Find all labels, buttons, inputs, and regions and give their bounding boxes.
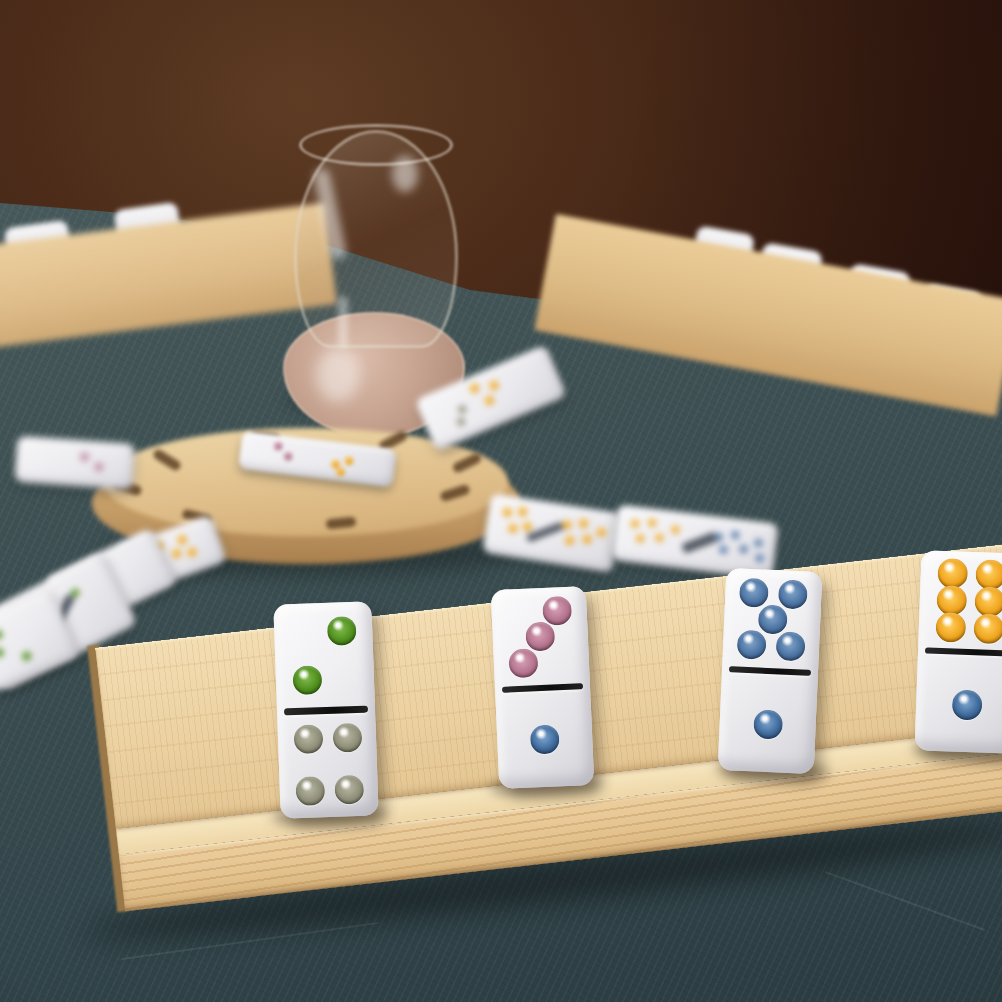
pip-value-2 bbox=[293, 665, 323, 695]
pip-value-4 bbox=[332, 723, 362, 753]
pip bbox=[731, 530, 740, 539]
pip bbox=[81, 452, 90, 461]
pip-value-4 bbox=[293, 725, 323, 755]
pip bbox=[636, 534, 645, 543]
pip-value-5 bbox=[757, 604, 787, 634]
pip-value-3 bbox=[542, 595, 572, 625]
pip bbox=[671, 526, 680, 535]
dominoes-table-scene bbox=[0, 0, 1002, 1002]
domino-tile-5-1[interactable] bbox=[718, 568, 823, 774]
pip-value-6 bbox=[936, 585, 967, 616]
domino-tile-2-4[interactable] bbox=[273, 601, 378, 818]
tile-divider-line bbox=[681, 532, 718, 554]
leather-texture bbox=[825, 871, 985, 931]
pip bbox=[508, 523, 518, 533]
domino-divider-bar bbox=[502, 683, 584, 693]
pip-value-4 bbox=[295, 776, 325, 806]
pip bbox=[176, 534, 188, 546]
pip-value-1 bbox=[753, 709, 783, 739]
pip-value-5 bbox=[776, 631, 806, 661]
domino-tile-3-1[interactable] bbox=[491, 586, 595, 789]
pip-value-3 bbox=[525, 622, 555, 652]
glass-glint bbox=[392, 156, 418, 192]
domino-divider-bar bbox=[284, 705, 368, 715]
sand-highlight bbox=[316, 348, 360, 402]
pip bbox=[94, 463, 103, 472]
pip bbox=[714, 532, 723, 541]
pip bbox=[523, 521, 533, 531]
pip bbox=[719, 546, 728, 555]
pip bbox=[647, 518, 656, 527]
pip bbox=[502, 507, 512, 517]
pip bbox=[483, 394, 495, 406]
pip bbox=[0, 629, 3, 641]
pip bbox=[284, 452, 293, 461]
pip bbox=[578, 518, 588, 528]
pip-value-6 bbox=[973, 613, 1002, 644]
pip bbox=[655, 533, 664, 542]
pip-value-6 bbox=[974, 586, 1002, 617]
pip-value-6 bbox=[937, 558, 968, 589]
pip-value-2 bbox=[326, 616, 356, 646]
pip-value-6 bbox=[975, 559, 1002, 590]
pip-value-5 bbox=[737, 629, 767, 659]
pip-value-1 bbox=[530, 725, 560, 755]
tile-west-of-hub[interactable] bbox=[15, 436, 136, 490]
pip bbox=[562, 519, 572, 529]
glass-glint bbox=[338, 296, 348, 348]
pip-value-4 bbox=[334, 774, 364, 804]
hourglass-rim bbox=[299, 124, 453, 166]
pip bbox=[564, 535, 574, 545]
pip bbox=[456, 416, 466, 426]
pip bbox=[468, 382, 480, 394]
pip bbox=[517, 506, 527, 516]
pip bbox=[755, 553, 764, 562]
pip bbox=[596, 527, 606, 537]
pip bbox=[336, 467, 345, 476]
pip bbox=[754, 539, 763, 548]
pip bbox=[186, 546, 198, 558]
pip-value-6 bbox=[935, 612, 966, 643]
pip bbox=[582, 533, 592, 543]
pip bbox=[488, 380, 500, 392]
pip bbox=[20, 651, 32, 663]
pip-value-5 bbox=[739, 578, 769, 608]
pip bbox=[457, 404, 467, 414]
pip-value-3 bbox=[508, 648, 538, 678]
pip-value-5 bbox=[778, 579, 808, 609]
pip bbox=[631, 519, 640, 528]
pip bbox=[274, 442, 283, 451]
domino-tile-6-1[interactable] bbox=[915, 550, 1002, 753]
domino-divider-bar bbox=[729, 666, 812, 676]
tile-divider-line bbox=[526, 521, 565, 542]
pip bbox=[170, 547, 182, 559]
pip bbox=[739, 545, 748, 554]
pip-value-1 bbox=[951, 689, 982, 720]
pip bbox=[344, 457, 353, 466]
pip bbox=[0, 647, 4, 659]
domino-divider-bar bbox=[925, 647, 1002, 656]
